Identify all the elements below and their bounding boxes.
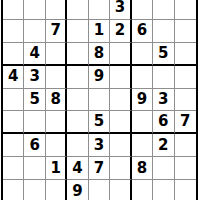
cell-r5c4[interactable] [67, 89, 88, 112]
cell-r8c8[interactable] [153, 157, 174, 180]
cell-r1c8[interactable] [153, 0, 174, 20]
cell-r9c3[interactable] [46, 180, 67, 200]
cell-r9c9[interactable] [175, 180, 196, 200]
cell-r8c2[interactable] [24, 157, 45, 180]
cell-r9c1[interactable] [3, 180, 24, 200]
cell-r4c8[interactable] [153, 66, 174, 89]
cell-r5c2-given[interactable]: 5 [24, 89, 45, 112]
cell-r2c7-given[interactable]: 6 [132, 20, 153, 43]
cell-r3c2-given[interactable]: 4 [24, 43, 45, 66]
cell-r9c7[interactable] [132, 180, 153, 200]
cell-r4c9[interactable] [175, 66, 196, 89]
cell-r2c5-given[interactable]: 1 [89, 20, 110, 43]
cell-r8c4-given[interactable]: 4 [67, 157, 88, 180]
cell-r6c6[interactable] [110, 111, 131, 134]
cell-r7c2-given[interactable]: 6 [24, 134, 45, 157]
cell-r8c3-given[interactable]: 1 [46, 157, 67, 180]
cell-r3c1[interactable] [3, 43, 24, 66]
cell-r9c2[interactable] [24, 180, 45, 200]
cell-r7c9[interactable] [175, 134, 196, 157]
cell-r1c6-given[interactable]: 3 [110, 0, 131, 20]
cell-r6c1[interactable] [3, 111, 24, 134]
cell-r3c6[interactable] [110, 43, 131, 66]
sudoku-board: 37126485439589356763214789 [1, 0, 198, 200]
cell-r5c8-given[interactable]: 3 [153, 89, 174, 112]
cell-r5c7-given[interactable]: 9 [132, 89, 153, 112]
cell-r2c1[interactable] [3, 20, 24, 43]
cell-r2c9[interactable] [175, 20, 196, 43]
cell-r2c3-given[interactable]: 7 [46, 20, 67, 43]
cell-r7c7[interactable] [132, 134, 153, 157]
cell-r3c9[interactable] [175, 43, 196, 66]
sudoku-screenshot: 37126485439589356763214789 [0, 0, 200, 200]
cell-r9c4-given[interactable]: 9 [67, 180, 88, 200]
cell-r8c9[interactable] [175, 157, 196, 180]
cell-r1c3[interactable] [46, 0, 67, 20]
cell-r3c8-given[interactable]: 5 [153, 43, 174, 66]
cell-r4c5-given[interactable]: 9 [89, 66, 110, 89]
cell-r4c4[interactable] [67, 66, 88, 89]
cell-r2c4[interactable] [67, 20, 88, 43]
cell-r4c1-given[interactable]: 4 [3, 66, 24, 89]
cell-r7c6[interactable] [110, 134, 131, 157]
cell-r9c8[interactable] [153, 180, 174, 200]
cell-r6c9-given[interactable]: 7 [175, 111, 196, 134]
cell-r6c3[interactable] [46, 111, 67, 134]
cell-r8c6[interactable] [110, 157, 131, 180]
cell-r7c4[interactable] [67, 134, 88, 157]
cell-r3c3[interactable] [46, 43, 67, 66]
cell-r7c3[interactable] [46, 134, 67, 157]
cell-r5c3-given[interactable]: 8 [46, 89, 67, 112]
cell-r8c5-given[interactable]: 7 [89, 157, 110, 180]
cell-r1c2[interactable] [24, 0, 45, 20]
cell-r8c7-given[interactable]: 8 [132, 157, 153, 180]
cell-r6c5-given[interactable]: 5 [89, 111, 110, 134]
cell-r8c1[interactable] [3, 157, 24, 180]
cell-r5c5[interactable] [89, 89, 110, 112]
cell-r2c8[interactable] [153, 20, 174, 43]
cell-r5c6[interactable] [110, 89, 131, 112]
cell-r9c5[interactable] [89, 180, 110, 200]
cell-r3c7[interactable] [132, 43, 153, 66]
cell-r4c7[interactable] [132, 66, 153, 89]
cell-r6c7[interactable] [132, 111, 153, 134]
cell-r6c2[interactable] [24, 111, 45, 134]
cell-r7c8-given[interactable]: 2 [153, 134, 174, 157]
cell-r5c1[interactable] [3, 89, 24, 112]
cell-r6c8-given[interactable]: 6 [153, 111, 174, 134]
cell-r7c1[interactable] [3, 134, 24, 157]
cell-r1c1[interactable] [3, 0, 24, 20]
cell-r1c9[interactable] [175, 0, 196, 20]
cell-r1c5[interactable] [89, 0, 110, 20]
cell-r6c4[interactable] [67, 111, 88, 134]
cell-r4c6[interactable] [110, 66, 131, 89]
cell-r5c9[interactable] [175, 89, 196, 112]
cell-r1c7[interactable] [132, 0, 153, 20]
cell-r2c6-given[interactable]: 2 [110, 20, 131, 43]
cell-r3c5-given[interactable]: 8 [89, 43, 110, 66]
cell-r9c6[interactable] [110, 180, 131, 200]
cell-r1c4[interactable] [67, 0, 88, 20]
cell-r7c5-given[interactable]: 3 [89, 134, 110, 157]
cell-r4c2-given[interactable]: 3 [24, 66, 45, 89]
cell-r3c4[interactable] [67, 43, 88, 66]
cell-r4c3[interactable] [46, 66, 67, 89]
cell-r2c2[interactable] [24, 20, 45, 43]
